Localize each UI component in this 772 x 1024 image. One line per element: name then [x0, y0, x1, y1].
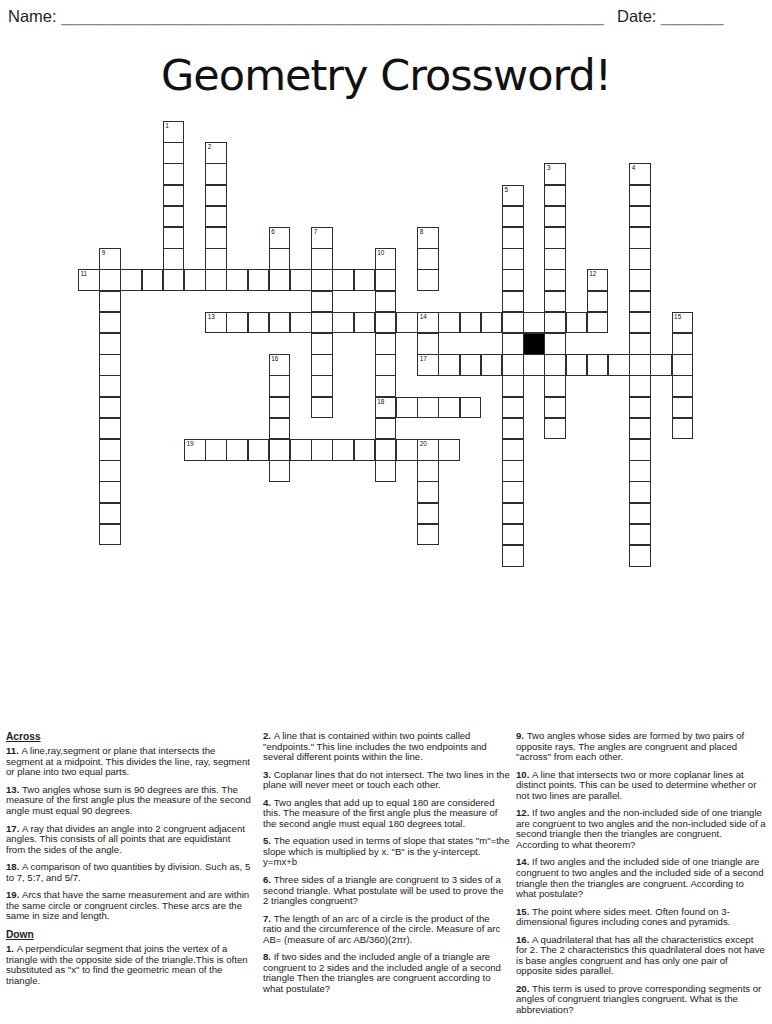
grid-cell[interactable]	[544, 206, 566, 228]
grid-cell[interactable]	[269, 375, 291, 397]
grid-cell[interactable]	[502, 248, 524, 270]
grid-cell[interactable]	[629, 545, 651, 567]
grid-cell[interactable]	[311, 248, 333, 270]
date-line[interactable]: _______	[661, 8, 723, 25]
grid-cell[interactable]	[502, 206, 524, 228]
clue-number: 12	[589, 270, 596, 277]
grid-cell[interactable]	[311, 312, 333, 334]
grid-cell[interactable]	[205, 185, 227, 207]
clue-column-1: Across11. A line,ray,segment or plane th…	[6, 731, 252, 993]
grid-cell[interactable]	[502, 397, 524, 419]
grid-cell[interactable]: 7	[311, 227, 333, 249]
grid-cell[interactable]	[502, 269, 524, 291]
grid-cell[interactable]: 13	[205, 312, 227, 334]
clue-number: 14	[420, 313, 427, 320]
grid-cell[interactable]	[99, 375, 121, 397]
grid-cell[interactable]	[311, 397, 333, 419]
grid-cell[interactable]	[629, 333, 651, 355]
grid-cell[interactable]: 2	[205, 142, 227, 164]
grid-cell[interactable]	[99, 397, 121, 419]
clue-down-4: 4. Two angles that add up to equal 180 a…	[263, 798, 510, 830]
clue-number: 5	[505, 186, 509, 193]
grid-cell[interactable]	[629, 185, 651, 207]
grid-cell[interactable]	[502, 439, 524, 461]
grid-cell[interactable]	[629, 227, 651, 249]
grid-cell[interactable]	[290, 439, 312, 461]
grid-cell[interactable]	[629, 439, 651, 461]
grid-cell[interactable]	[629, 312, 651, 334]
clue-number: 15	[674, 313, 681, 320]
grid-cell[interactable]	[417, 269, 439, 291]
clue-down-6: 6. Three sides of a triangle are congrue…	[263, 875, 510, 907]
clue-down-10: 10. A line that intersects two or more c…	[516, 770, 766, 802]
grid-cell[interactable]	[205, 227, 227, 249]
grid-cell[interactable]	[99, 481, 121, 503]
grid-cell[interactable]	[629, 460, 651, 482]
name-line[interactable]: ________________________________________…	[61, 8, 604, 25]
grid-cell[interactable]	[672, 397, 694, 419]
grid-cell[interactable]: 16	[269, 354, 291, 376]
grid-cell[interactable]	[120, 269, 142, 291]
grid-cell[interactable]	[502, 291, 524, 313]
clue-column-2: 2. A line that is contained within two p…	[263, 731, 510, 1001]
grid-cell[interactable]	[375, 269, 397, 291]
clue-down-20: 20. This term is used to prove correspon…	[516, 984, 766, 1016]
clue-list-header: Across	[6, 731, 252, 742]
grid-cell[interactable]	[269, 418, 291, 440]
name-label: Name:	[8, 7, 57, 25]
grid-cell[interactable]	[608, 354, 630, 376]
clue-number: 10	[377, 249, 384, 256]
clue-list-header: Down	[6, 929, 252, 940]
grid-cell[interactable]	[142, 269, 164, 291]
grid-cell[interactable]	[226, 269, 248, 291]
grid-cell[interactable]	[354, 312, 376, 334]
grid-cell[interactable]	[629, 481, 651, 503]
grid-cell[interactable]	[290, 269, 312, 291]
grid-cell[interactable]	[438, 397, 460, 419]
grid-cell[interactable]: 8	[417, 227, 439, 249]
grid-cell[interactable]	[184, 269, 206, 291]
clue-down-3: 3. Coplanar lines that do not intersect.…	[263, 770, 510, 791]
clue-number: 2	[208, 143, 212, 150]
grid-cell[interactable]	[99, 354, 121, 376]
grid-cell[interactable]	[417, 460, 439, 482]
clue-number: 17	[420, 355, 427, 362]
clue-down-7: 7. The length of an arc of a circle is t…	[263, 914, 510, 946]
grid-cell[interactable]	[269, 312, 291, 334]
grid-cell[interactable]	[502, 545, 524, 567]
clue-down-15: 15. The point where sides meet. Often fo…	[516, 907, 766, 928]
grid-cell[interactable]	[629, 354, 651, 376]
clue-down-8: 8. If two sides and the included angle o…	[263, 952, 510, 994]
grid-cell[interactable]	[587, 312, 609, 334]
grid-cell[interactable]	[290, 312, 312, 334]
clue-down-1: 1. A perpendicular segment that joins th…	[6, 944, 252, 986]
grid-cell[interactable]	[205, 269, 227, 291]
grid-cell[interactable]	[544, 248, 566, 270]
grid-cell[interactable]	[417, 524, 439, 546]
grid-cell[interactable]	[248, 439, 270, 461]
clue-number: 8	[420, 228, 424, 235]
grid-cell[interactable]	[672, 418, 694, 440]
grid-cell[interactable]: 5	[502, 185, 524, 207]
grid-cell[interactable]	[269, 460, 291, 482]
grid-cell[interactable]	[99, 524, 121, 546]
grid-cell[interactable]	[629, 206, 651, 228]
grid-cell[interactable]	[544, 312, 566, 334]
grid-cell[interactable]	[205, 163, 227, 185]
grid-cell[interactable]	[629, 524, 651, 546]
grid-cell[interactable]	[163, 248, 185, 270]
grid-cell[interactable]: 4	[629, 163, 651, 185]
grid-cell[interactable]	[311, 439, 333, 461]
grid-cell[interactable]	[544, 397, 566, 419]
grid-cell[interactable]	[438, 312, 460, 334]
grid-cell[interactable]: 20	[417, 439, 439, 461]
grid-cell[interactable]	[544, 333, 566, 355]
grid-cell[interactable]	[332, 269, 354, 291]
grid-cell[interactable]: 3	[544, 163, 566, 185]
grid-cell[interactable]	[248, 269, 270, 291]
grid-cell[interactable]	[99, 439, 121, 461]
grid-cell[interactable]	[502, 460, 524, 482]
grid-cell[interactable]	[269, 269, 291, 291]
grid-cell[interactable]	[502, 481, 524, 503]
grid-cell[interactable]	[417, 481, 439, 503]
grid-cell[interactable]	[205, 248, 227, 270]
grid-cell[interactable]	[502, 333, 524, 355]
clue-number: 20	[420, 440, 427, 447]
grid-cell[interactable]	[417, 248, 439, 270]
grid-cell[interactable]	[99, 291, 121, 313]
grid-cell[interactable]	[226, 312, 248, 334]
clue-number: 13	[208, 313, 215, 320]
grid-cell[interactable]	[629, 291, 651, 313]
date-label: Date:	[617, 7, 656, 25]
grid-cell[interactable]	[502, 524, 524, 546]
grid-cell[interactable]: 9	[99, 248, 121, 270]
sheet-header: Name: __________________________________…	[8, 7, 764, 26]
grid-cell[interactable]	[544, 185, 566, 207]
grid-cell[interactable]	[269, 248, 291, 270]
grid-cell[interactable]	[544, 375, 566, 397]
grid-cell[interactable]	[99, 312, 121, 334]
grid-cell[interactable]	[438, 439, 460, 461]
clue-across-18: 18. A comparison of two quantities by di…	[6, 862, 252, 883]
grid-cell[interactable]	[544, 418, 566, 440]
grid-cell[interactable]	[523, 312, 545, 334]
grid-cell[interactable]	[375, 418, 397, 440]
grid-cell[interactable]	[481, 312, 503, 334]
clue-number: 6	[271, 228, 275, 235]
grid-cell[interactable]	[438, 354, 460, 376]
clue-number: 4	[632, 164, 636, 171]
clue-number: 3	[547, 164, 551, 171]
grid-cell[interactable]	[544, 291, 566, 313]
grid-cell[interactable]	[99, 503, 121, 525]
grid-cell[interactable]	[629, 503, 651, 525]
grid-cell[interactable]	[460, 397, 482, 419]
grid-cell[interactable]	[375, 375, 397, 397]
grid-cell[interactable]	[566, 312, 588, 334]
grid-cell[interactable]: 17	[417, 354, 439, 376]
grid-cell[interactable]: 10	[375, 248, 397, 270]
grid-cell[interactable]	[226, 439, 248, 461]
clue-number: 18	[377, 398, 384, 405]
grid-cell[interactable]: 15	[672, 312, 694, 334]
grid-cell[interactable]	[163, 185, 185, 207]
grid-cell[interactable]	[375, 291, 397, 313]
grid-cell[interactable]	[163, 206, 185, 228]
grid-cell[interactable]	[481, 354, 503, 376]
clue-across-13: 13. Two angles whose sum is 90 degrees a…	[6, 785, 252, 817]
clue-number: 19	[187, 440, 194, 447]
grid-cell[interactable]	[523, 354, 545, 376]
grid-cell[interactable]	[99, 333, 121, 355]
clue-down-5: 5. The equation used in terms of slope t…	[263, 836, 510, 868]
grid-cell[interactable]	[163, 227, 185, 249]
grid-cell[interactable]	[502, 503, 524, 525]
grid-cell[interactable]: 6	[269, 227, 291, 249]
clue-across-11: 11. A line,ray,segment or plane that int…	[6, 746, 252, 778]
grid-cell[interactable]	[544, 269, 566, 291]
grid-cell[interactable]	[502, 312, 524, 334]
grid-cell[interactable]	[311, 354, 333, 376]
grid-cell[interactable]: 11	[78, 269, 100, 291]
grid-cell[interactable]	[163, 269, 185, 291]
grid-cell[interactable]: 18	[375, 397, 397, 419]
grid-cell[interactable]	[248, 312, 270, 334]
grid-cell[interactable]	[502, 418, 524, 440]
clue-down-2: 2. A line that is contained within two p…	[263, 731, 510, 763]
crossword-grid: 1234567891011121314151617181920	[78, 121, 693, 566]
grid-cell[interactable]	[375, 333, 397, 355]
grid-cell[interactable]	[672, 333, 694, 355]
grid-cell[interactable]	[566, 354, 588, 376]
grid-cell[interactable]	[354, 269, 376, 291]
grid-cell[interactable]: 14	[417, 312, 439, 334]
grid-cell[interactable]	[502, 354, 524, 376]
grid-cell[interactable]	[629, 248, 651, 270]
grid-cell[interactable]: 1	[163, 121, 185, 143]
clue-number: 9	[102, 249, 106, 256]
grid-cell[interactable]	[311, 291, 333, 313]
clue-down-16: 16. A quadrilateral that has all the cha…	[516, 935, 766, 977]
grid-cell[interactable]	[375, 354, 397, 376]
black-cell	[523, 333, 545, 355]
grid-cell[interactable]	[629, 375, 651, 397]
grid-cell[interactable]	[502, 227, 524, 249]
grid-cell[interactable]	[163, 142, 185, 164]
grid-cell[interactable]	[396, 439, 418, 461]
grid-cell[interactable]	[311, 333, 333, 355]
grid-cell[interactable]	[672, 354, 694, 376]
grid-cell[interactable]	[99, 269, 121, 291]
grid-cell[interactable]	[417, 333, 439, 355]
grid-cell[interactable]	[502, 375, 524, 397]
clue-down-14: 14. If two angles and the included side …	[516, 857, 766, 899]
page-title: Geometry Crossword!	[0, 50, 772, 100]
clue-across-19: 19. Arcs that have the same measurement …	[6, 890, 252, 922]
grid-cell[interactable]	[205, 439, 227, 461]
grid-cell[interactable]	[629, 397, 651, 419]
clue-down-12: 12. If two angles and the non-included s…	[516, 808, 766, 850]
grid-cell[interactable]	[99, 460, 121, 482]
grid-cell[interactable]	[544, 227, 566, 249]
clue-number: 7	[314, 228, 318, 235]
clue-down-9: 9. Two angles whose sides are formed by …	[516, 731, 766, 763]
grid-cell[interactable]	[311, 375, 333, 397]
grid-cell[interactable]	[311, 269, 333, 291]
grid-cell[interactable]	[629, 269, 651, 291]
grid-cell[interactable]	[544, 354, 566, 376]
grid-cell[interactable]	[375, 439, 397, 461]
grid-cell[interactable]	[672, 375, 694, 397]
grid-cell[interactable]	[417, 397, 439, 419]
clue-number: 16	[271, 355, 278, 362]
grid-cell[interactable]	[396, 397, 418, 419]
grid-cell[interactable]	[375, 312, 397, 334]
clue-number: 11	[81, 270, 88, 277]
grid-cell[interactable]: 19	[184, 439, 206, 461]
grid-cell[interactable]: 12	[587, 269, 609, 291]
grid-cell[interactable]	[629, 418, 651, 440]
grid-cell[interactable]	[587, 354, 609, 376]
grid-cell[interactable]	[163, 163, 185, 185]
grid-cell[interactable]	[650, 354, 672, 376]
clue-column-3: 9. Two angles whose sides are formed by …	[516, 731, 766, 1023]
grid-cell[interactable]	[417, 503, 439, 525]
grid-cell[interactable]	[205, 206, 227, 228]
grid-cell[interactable]	[375, 460, 397, 482]
grid-cell[interactable]	[460, 312, 482, 334]
grid-cell[interactable]	[460, 354, 482, 376]
grid-cell[interactable]	[99, 418, 121, 440]
grid-cell[interactable]	[396, 312, 418, 334]
clue-across-17: 17. A ray that divides an angle into 2 c…	[6, 824, 252, 856]
grid-cell[interactable]	[354, 439, 376, 461]
grid-cell[interactable]	[269, 439, 291, 461]
grid-cell[interactable]	[269, 397, 291, 419]
grid-cell[interactable]	[332, 439, 354, 461]
grid-cell[interactable]	[587, 291, 609, 313]
grid-cell[interactable]	[332, 312, 354, 334]
clue-number: 1	[165, 122, 169, 129]
